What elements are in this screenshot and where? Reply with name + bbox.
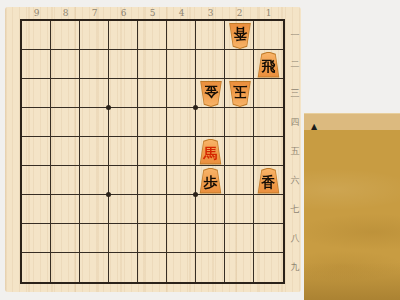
square-1一[interactable] — [254, 21, 283, 50]
square-9一[interactable] — [22, 21, 51, 50]
square-9八[interactable] — [22, 224, 51, 253]
square-4七[interactable] — [167, 195, 196, 224]
piece-kanji: 飛 — [262, 56, 276, 73]
square-7三[interactable] — [80, 79, 109, 108]
square-5一[interactable] — [138, 21, 167, 50]
square-6九[interactable] — [109, 253, 138, 282]
piece-kanji: 玉 — [233, 85, 247, 102]
rank-label-七: 七 — [288, 195, 302, 224]
square-4三[interactable] — [167, 79, 196, 108]
shogi-board-panel: 987654321 一二三四五六七八九 香飛金玉馬歩香 — [5, 7, 301, 292]
file-label-1: 1 — [254, 7, 283, 19]
file-label-6: 6 — [109, 7, 138, 19]
square-3一[interactable] — [196, 21, 225, 50]
file-label-2: 2 — [225, 7, 254, 19]
piece-kanji: 金 — [204, 85, 218, 102]
rank-label-一: 一 — [288, 21, 302, 50]
rank-labels: 一二三四五六七八九 — [288, 21, 302, 282]
square-8一[interactable] — [51, 21, 80, 50]
piece-kanji: 香 — [262, 172, 276, 189]
square-9四[interactable] — [22, 108, 51, 137]
square-1九[interactable] — [254, 253, 283, 282]
square-4四[interactable] — [167, 108, 196, 137]
square-3九[interactable] — [196, 253, 225, 282]
square-4八[interactable] — [167, 224, 196, 253]
rank-label-三: 三 — [288, 79, 302, 108]
board-grid-wrap: 香飛金玉馬歩香 — [20, 19, 285, 284]
square-7五[interactable] — [80, 137, 109, 166]
square-5七[interactable] — [138, 195, 167, 224]
square-2二[interactable] — [225, 50, 254, 79]
square-5五[interactable] — [138, 137, 167, 166]
rank-label-四: 四 — [288, 108, 302, 137]
file-label-9: 9 — [22, 7, 51, 19]
square-4一[interactable] — [167, 21, 196, 50]
piece-kanji: 歩 — [204, 172, 218, 189]
square-3八[interactable] — [196, 224, 225, 253]
square-6四[interactable] — [109, 108, 138, 137]
square-9七[interactable] — [22, 195, 51, 224]
square-9二[interactable] — [22, 50, 51, 79]
square-5二[interactable] — [138, 50, 167, 79]
square-3四[interactable] — [196, 108, 225, 137]
square-8六[interactable] — [51, 166, 80, 195]
square-4六[interactable] — [167, 166, 196, 195]
sente-komadai: ▲ — [304, 113, 400, 300]
square-2六[interactable] — [225, 166, 254, 195]
square-7二[interactable] — [80, 50, 109, 79]
rank-label-二: 二 — [288, 50, 302, 79]
square-6七[interactable] — [109, 195, 138, 224]
square-2七[interactable] — [225, 195, 254, 224]
rank-label-九: 九 — [288, 253, 302, 282]
square-1八[interactable] — [254, 224, 283, 253]
sente-marker-icon: ▲ — [304, 122, 317, 131]
square-6一[interactable] — [109, 21, 138, 50]
square-9六[interactable] — [22, 166, 51, 195]
square-6八[interactable] — [109, 224, 138, 253]
rank-label-六: 六 — [288, 166, 302, 195]
square-1七[interactable] — [254, 195, 283, 224]
app-background: 987654321 一二三四五六七八九 香飛金玉馬歩香 ▲ — [0, 0, 400, 300]
square-4九[interactable] — [167, 253, 196, 282]
square-3二[interactable] — [196, 50, 225, 79]
square-6三[interactable] — [109, 79, 138, 108]
file-label-4: 4 — [167, 7, 196, 19]
square-7六[interactable] — [80, 166, 109, 195]
square-4五[interactable] — [167, 137, 196, 166]
square-8九[interactable] — [51, 253, 80, 282]
square-5三[interactable] — [138, 79, 167, 108]
square-1四[interactable] — [254, 108, 283, 137]
square-1五[interactable] — [254, 137, 283, 166]
file-label-3: 3 — [196, 7, 225, 19]
rank-label-五: 五 — [288, 137, 302, 166]
square-5九[interactable] — [138, 253, 167, 282]
file-label-5: 5 — [138, 7, 167, 19]
board-grid — [20, 19, 285, 284]
square-8八[interactable] — [51, 224, 80, 253]
square-7四[interactable] — [80, 108, 109, 137]
rank-label-八: 八 — [288, 224, 302, 253]
file-labels: 987654321 — [22, 7, 283, 19]
square-9三[interactable] — [22, 79, 51, 108]
square-4二[interactable] — [167, 50, 196, 79]
file-label-7: 7 — [80, 7, 109, 19]
hoshi-dot — [193, 192, 198, 197]
square-6二[interactable] — [109, 50, 138, 79]
square-2八[interactable] — [225, 224, 254, 253]
square-7八[interactable] — [80, 224, 109, 253]
square-8二[interactable] — [51, 50, 80, 79]
square-7九[interactable] — [80, 253, 109, 282]
piece-kanji: 香 — [233, 27, 247, 44]
square-5六[interactable] — [138, 166, 167, 195]
square-5八[interactable] — [138, 224, 167, 253]
square-9五[interactable] — [22, 137, 51, 166]
square-7七[interactable] — [80, 195, 109, 224]
square-9九[interactable] — [22, 253, 51, 282]
square-2五[interactable] — [225, 137, 254, 166]
square-8四[interactable] — [51, 108, 80, 137]
square-5四[interactable] — [138, 108, 167, 137]
square-8五[interactable] — [51, 137, 80, 166]
square-7一[interactable] — [80, 21, 109, 50]
square-2四[interactable] — [225, 108, 254, 137]
square-6六[interactable] — [109, 166, 138, 195]
hoshi-dot — [193, 105, 198, 110]
square-8七[interactable] — [51, 195, 80, 224]
square-6五[interactable] — [109, 137, 138, 166]
piece-kanji: 馬 — [204, 143, 218, 160]
square-3七[interactable] — [196, 195, 225, 224]
komadai-header: ▲ — [304, 113, 400, 130]
square-2九[interactable] — [225, 253, 254, 282]
file-label-8: 8 — [51, 7, 80, 19]
hoshi-dot — [106, 192, 111, 197]
square-8三[interactable] — [51, 79, 80, 108]
komadai-body — [304, 130, 400, 300]
hoshi-dot — [106, 105, 111, 110]
square-1三[interactable] — [254, 79, 283, 108]
